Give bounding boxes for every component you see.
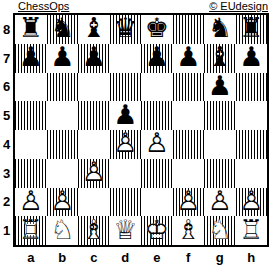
piece-black-bishop-g7[interactable]: ♝ <box>204 44 236 73</box>
rank-label-6: 6 <box>0 73 13 102</box>
piece-black-pawn-h7[interactable]: ♟ <box>236 44 268 73</box>
rank-label-7: 7 <box>0 44 13 73</box>
piece-white-pawn-c3[interactable]: ♟♙ <box>78 159 110 188</box>
black-piece-glyph: ♟ <box>113 101 137 128</box>
square-h4[interactable] <box>236 130 268 159</box>
white-piece-outline: ♗ <box>176 216 200 243</box>
file-label-b: b <box>47 249 79 265</box>
black-piece-glyph: ♜ <box>239 15 263 42</box>
white-piece-outline: ♙ <box>145 130 169 157</box>
rank-label-4: 4 <box>0 130 13 159</box>
file-label-f: f <box>173 249 205 265</box>
black-piece-glyph: ♟ <box>208 72 232 99</box>
chessops-window: ChessOps © EUdesign 87654321 ♜♞♝♛♚♞♜♟♟♟♟… <box>0 0 270 270</box>
square-g5[interactable] <box>204 101 236 130</box>
square-c6[interactable] <box>78 73 110 102</box>
square-c7[interactable]: ♟ <box>78 44 110 73</box>
piece-black-pawn-d5[interactable]: ♟ <box>110 101 142 130</box>
square-g6[interactable]: ♟ <box>204 73 236 102</box>
black-piece-glyph: ♟ <box>19 44 43 71</box>
file-label-h: h <box>236 249 268 265</box>
rank-labels: 87654321 <box>0 15 13 245</box>
piece-black-rook-h8[interactable]: ♜ <box>236 15 268 44</box>
square-e7[interactable]: ♟ <box>141 44 173 73</box>
piece-black-knight-b8[interactable]: ♞ <box>47 15 79 44</box>
rank-label-2: 2 <box>0 188 13 217</box>
square-d1[interactable]: ♛♕ <box>110 216 142 245</box>
square-a4[interactable] <box>15 130 47 159</box>
square-c3[interactable]: ♟♙ <box>78 159 110 188</box>
square-b5[interactable] <box>47 101 79 130</box>
white-piece-outline: ♙ <box>208 187 232 214</box>
piece-black-pawn-g6[interactable]: ♟ <box>204 73 236 102</box>
rank-label-8: 8 <box>0 15 13 44</box>
square-b1[interactable]: ♞♘ <box>47 216 79 245</box>
square-g8[interactable]: ♞ <box>204 15 236 44</box>
black-piece-glyph: ♚ <box>145 15 169 42</box>
white-piece-outline: ♘ <box>208 216 232 243</box>
black-piece-glyph: ♟ <box>82 44 106 71</box>
square-h6[interactable] <box>236 73 268 102</box>
square-c4[interactable] <box>78 130 110 159</box>
square-d3[interactable] <box>110 159 142 188</box>
black-piece-glyph: ♟ <box>50 44 74 71</box>
piece-white-pawn-h2[interactable]: ♟♙ <box>236 188 268 217</box>
file-label-g: g <box>204 249 236 265</box>
piece-black-queen-d8[interactable]: ♛ <box>110 15 142 44</box>
square-f7[interactable]: ♟ <box>173 44 205 73</box>
piece-white-bishop-c1[interactable]: ♝♗ <box>78 216 110 245</box>
square-f2[interactable]: ♟♙ <box>173 188 205 217</box>
piece-white-king-e1[interactable]: ♚♔ <box>141 216 173 245</box>
app-title: ChessOps <box>18 0 69 13</box>
file-label-d: d <box>110 249 142 265</box>
square-g4[interactable] <box>204 130 236 159</box>
square-e2[interactable] <box>141 188 173 217</box>
square-e3[interactable] <box>141 159 173 188</box>
file-label-e: e <box>141 249 173 265</box>
square-d6[interactable] <box>110 73 142 102</box>
file-label-c: c <box>78 249 110 265</box>
square-a2[interactable]: ♟♙ <box>15 188 47 217</box>
piece-black-bishop-c8[interactable]: ♝ <box>78 15 110 44</box>
white-piece-outline: ♖ <box>239 216 263 243</box>
piece-white-pawn-b2[interactable]: ♟♙ <box>47 188 79 217</box>
square-f4[interactable] <box>173 130 205 159</box>
piece-white-pawn-d4[interactable]: ♟♙ <box>110 130 142 159</box>
black-piece-glyph: ♟ <box>176 44 200 71</box>
white-piece-outline: ♙ <box>239 187 263 214</box>
black-piece-glyph: ♟ <box>145 44 169 71</box>
rank-label-1: 1 <box>0 216 13 245</box>
square-b7[interactable]: ♟ <box>47 44 79 73</box>
file-labels: abcdefgh <box>15 249 267 265</box>
white-piece-outline: ♙ <box>19 187 43 214</box>
rank-label-5: 5 <box>0 101 13 130</box>
square-g2[interactable]: ♟♙ <box>204 188 236 217</box>
white-piece-outline: ♘ <box>50 216 74 243</box>
square-d7[interactable] <box>110 44 142 73</box>
white-piece-outline: ♔ <box>145 216 169 243</box>
white-piece-outline: ♙ <box>50 187 74 214</box>
square-c2[interactable] <box>78 188 110 217</box>
square-g7[interactable]: ♝ <box>204 44 236 73</box>
piece-white-rook-h1[interactable]: ♜♖ <box>236 216 268 245</box>
piece-black-rook-a8[interactable]: ♜ <box>15 15 47 44</box>
piece-white-rook-a1[interactable]: ♜♖ <box>15 216 47 245</box>
square-e1[interactable]: ♚♔ <box>141 216 173 245</box>
piece-black-knight-g8[interactable]: ♞ <box>204 15 236 44</box>
piece-black-pawn-a7[interactable]: ♟ <box>15 44 47 73</box>
square-h5[interactable] <box>236 101 268 130</box>
square-f1[interactable]: ♝♗ <box>173 216 205 245</box>
black-piece-glyph: ♛ <box>113 15 137 42</box>
piece-white-pawn-e4[interactable]: ♟♙ <box>141 130 173 159</box>
square-a1[interactable]: ♜♖ <box>15 216 47 245</box>
black-piece-glyph: ♜ <box>19 15 43 42</box>
square-d5[interactable]: ♟ <box>110 101 142 130</box>
square-h2[interactable]: ♟♙ <box>236 188 268 217</box>
rank-label-3: 3 <box>0 159 13 188</box>
square-e4[interactable]: ♟♙ <box>141 130 173 159</box>
piece-black-pawn-e7[interactable]: ♟ <box>141 44 173 73</box>
black-piece-glyph: ♞ <box>50 15 74 42</box>
square-e5[interactable] <box>141 101 173 130</box>
credit-link[interactable]: © EUdesign <box>209 0 268 13</box>
square-f5[interactable] <box>173 101 205 130</box>
black-piece-glyph: ♝ <box>208 44 232 71</box>
piece-white-knight-b1[interactable]: ♞♘ <box>47 216 79 245</box>
white-piece-outline: ♙ <box>176 187 200 214</box>
black-piece-glyph: ♟ <box>239 44 263 71</box>
square-b6[interactable] <box>47 73 79 102</box>
piece-black-pawn-b7[interactable]: ♟ <box>47 44 79 73</box>
square-a8[interactable]: ♜ <box>15 15 47 44</box>
square-a3[interactable] <box>15 159 47 188</box>
square-f8[interactable] <box>173 15 205 44</box>
square-h8[interactable]: ♜ <box>236 15 268 44</box>
square-h7[interactable]: ♟ <box>236 44 268 73</box>
square-a5[interactable] <box>15 101 47 130</box>
piece-white-pawn-f2[interactable]: ♟♙ <box>173 188 205 217</box>
piece-black-king-e8[interactable]: ♚ <box>141 15 173 44</box>
black-piece-glyph: ♞ <box>208 15 232 42</box>
square-b4[interactable] <box>47 130 79 159</box>
piece-white-pawn-a2[interactable]: ♟♙ <box>15 188 47 217</box>
square-b8[interactable]: ♞ <box>47 15 79 44</box>
square-e6[interactable] <box>141 73 173 102</box>
square-g3[interactable] <box>204 159 236 188</box>
square-b3[interactable] <box>47 159 79 188</box>
piece-black-pawn-c7[interactable]: ♟ <box>78 44 110 73</box>
square-g1[interactable]: ♞♘ <box>204 216 236 245</box>
white-piece-outline: ♙ <box>113 130 137 157</box>
square-f6[interactable] <box>173 73 205 102</box>
square-d4[interactable]: ♟♙ <box>110 130 142 159</box>
piece-white-queen-d1[interactable]: ♛♕ <box>110 216 142 245</box>
piece-white-knight-g1[interactable]: ♞♘ <box>204 216 236 245</box>
white-piece-outline: ♙ <box>82 159 106 186</box>
piece-white-bishop-f1[interactable]: ♝♗ <box>173 216 205 245</box>
square-d8[interactable]: ♛ <box>110 15 142 44</box>
square-b2[interactable]: ♟♙ <box>47 188 79 217</box>
square-e8[interactable]: ♚ <box>141 15 173 44</box>
white-piece-outline: ♖ <box>19 216 43 243</box>
square-c8[interactable]: ♝ <box>78 15 110 44</box>
square-c1[interactable]: ♝♗ <box>78 216 110 245</box>
square-h1[interactable]: ♜♖ <box>236 216 268 245</box>
square-a6[interactable] <box>15 73 47 102</box>
black-piece-glyph: ♝ <box>82 15 106 42</box>
white-piece-outline: ♗ <box>82 216 106 243</box>
piece-black-pawn-f7[interactable]: ♟ <box>173 44 205 73</box>
square-c5[interactable] <box>78 101 110 130</box>
piece-white-pawn-g2[interactable]: ♟♙ <box>204 188 236 217</box>
square-a7[interactable]: ♟ <box>15 44 47 73</box>
square-d2[interactable] <box>110 188 142 217</box>
white-piece-outline: ♕ <box>113 216 137 243</box>
file-label-a: a <box>15 249 47 265</box>
square-f3[interactable] <box>173 159 205 188</box>
square-h3[interactable] <box>236 159 268 188</box>
chess-board: ♜♞♝♛♚♞♜♟♟♟♟♟♝♟♟♟♟♙♟♙♟♙♟♙♟♙♟♙♟♙♟♙♜♖♞♘♝♗♛♕… <box>13 13 269 247</box>
